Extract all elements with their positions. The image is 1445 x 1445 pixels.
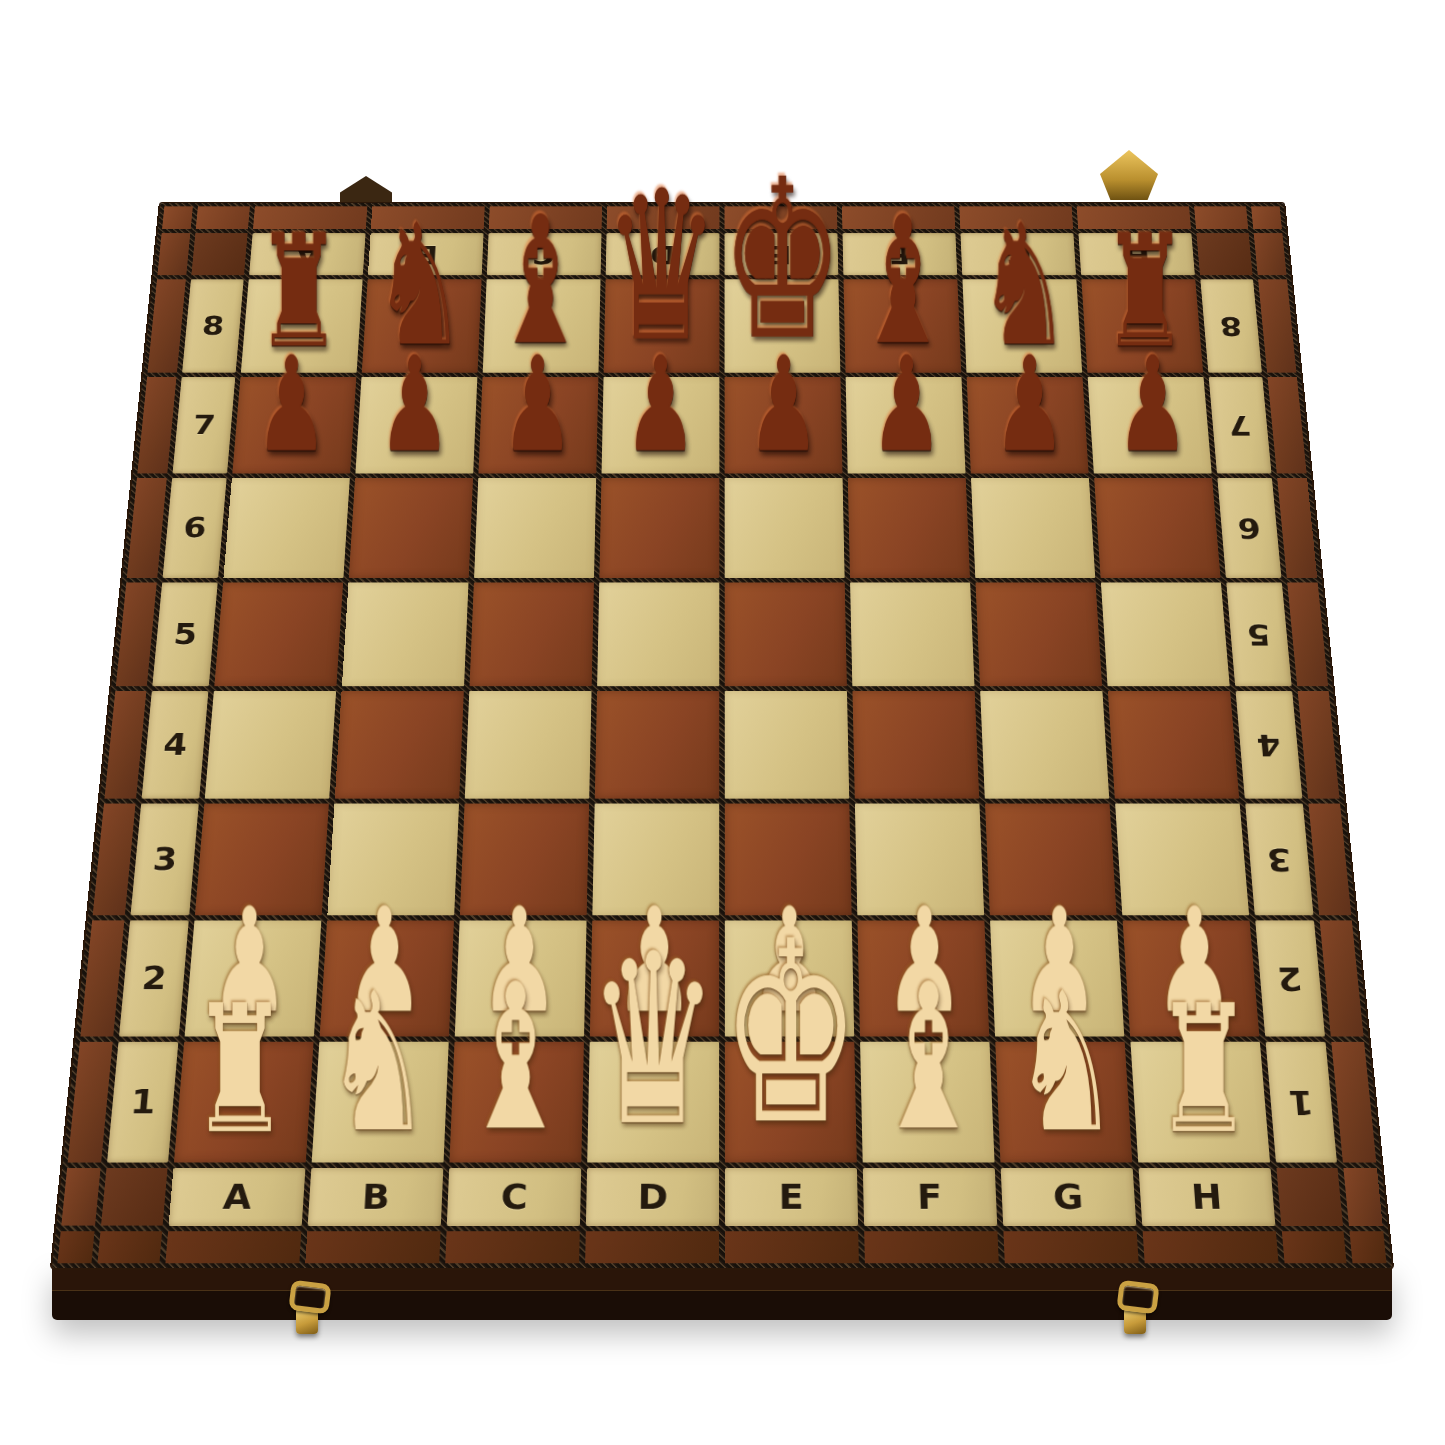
rank-label-text: 2 — [1276, 962, 1304, 994]
product-photo-chess-set: ABCDEFGH8♜♞♝♛♚♝♞♜87♟♟♟♟♟♟♟♟7665544332♟♟♟… — [0, 0, 1445, 1445]
board-margin — [127, 478, 167, 578]
board-margin — [1251, 206, 1282, 229]
rank-label-text: 8 — [201, 313, 225, 339]
square-f6[interactable] — [848, 478, 970, 578]
board-margin — [1282, 1231, 1347, 1263]
square-b1[interactable]: ♞ — [312, 1042, 449, 1163]
board-scene: ABCDEFGH8♜♞♝♛♚♝♞♜87♟♟♟♟♟♟♟♟7665544332♟♟♟… — [52, 0, 1392, 1268]
board-margin — [1349, 1231, 1386, 1263]
rank-label-text: 7 — [1227, 411, 1252, 438]
board-margin — [157, 233, 190, 275]
board-margin — [305, 1231, 440, 1263]
square-f7[interactable]: ♟ — [846, 377, 966, 474]
board-tilt: ABCDEFGH8♜♞♝♛♚♝♞♜87♟♟♟♟♟♟♟♟7665544332♟♟♟… — [52, 203, 1392, 1268]
rank-label-text: 3 — [1266, 844, 1293, 875]
file-label-bottom-h: H — [1139, 1168, 1276, 1226]
rank-label-text: 6 — [1236, 514, 1261, 542]
rank-label-right-5: 5 — [1226, 582, 1291, 686]
square-a7[interactable]: ♟ — [232, 377, 356, 474]
board-margin — [725, 1231, 859, 1263]
board-margin — [68, 1042, 113, 1163]
square-g4[interactable] — [980, 691, 1109, 799]
piece-black-pawn[interactable]: ♟ — [1116, 339, 1189, 471]
board-margin — [57, 1231, 94, 1263]
file-label-bottom-c: C — [447, 1168, 581, 1226]
square-h1[interactable]: ♜ — [1130, 1042, 1270, 1163]
file-label-bottom-a: A — [169, 1168, 306, 1226]
border-corner — [101, 1168, 168, 1226]
square-a1[interactable]: ♜ — [174, 1042, 314, 1163]
rank-label-right-7: 7 — [1209, 377, 1272, 474]
square-b4[interactable] — [335, 691, 464, 799]
border-corner — [1276, 1168, 1343, 1226]
rank-label-text: 6 — [182, 514, 207, 542]
rank-label-text: 7 — [192, 411, 217, 438]
board-side-edge — [52, 1266, 1392, 1320]
rank-label-left-4: 4 — [142, 691, 209, 799]
square-d7[interactable]: ♟ — [602, 377, 720, 474]
file-label-text: E — [779, 1180, 804, 1214]
rank-label-text: 5 — [172, 620, 198, 649]
board-margin — [162, 206, 193, 229]
piece-white-king[interactable]: ♚ — [721, 908, 860, 1159]
rank-label-left-7: 7 — [173, 377, 236, 474]
square-h4[interactable] — [1108, 691, 1239, 799]
board-margin — [445, 1231, 580, 1263]
border-corner — [191, 233, 247, 275]
square-d5[interactable] — [597, 582, 719, 686]
rank-label-text: 1 — [129, 1085, 157, 1118]
file-label-bottom-g: G — [1001, 1168, 1137, 1226]
square-e6[interactable] — [725, 478, 845, 578]
piece-white-queen[interactable]: ♛ — [588, 923, 719, 1159]
square-f5[interactable] — [850, 582, 974, 686]
board-margin — [116, 582, 157, 686]
square-b5[interactable] — [342, 582, 469, 686]
file-label-text: C — [500, 1180, 528, 1214]
board-margin — [1194, 206, 1248, 229]
piece-black-pawn[interactable]: ♟ — [747, 339, 820, 471]
file-label-bottom-b: B — [308, 1168, 444, 1226]
square-d1[interactable]: ♛ — [587, 1042, 719, 1163]
board-margin — [80, 920, 124, 1036]
rank-label-right-6: 6 — [1217, 478, 1281, 578]
file-label-text: H — [1190, 1180, 1223, 1214]
piece-white-knight[interactable]: ♞ — [1013, 967, 1120, 1159]
square-a4[interactable] — [205, 691, 336, 799]
file-label-text: F — [917, 1180, 943, 1214]
chess-board: ABCDEFGH8♜♞♝♛♚♝♞♜87♟♟♟♟♟♟♟♟7665544332♟♟♟… — [52, 203, 1392, 1268]
square-d6[interactable] — [599, 478, 719, 578]
board-margin — [61, 1168, 100, 1226]
rank-label-left-8: 8 — [182, 279, 244, 372]
piece-white-bishop[interactable]: ♝ — [459, 957, 571, 1159]
square-c5[interactable] — [470, 582, 594, 686]
clasp-icon — [290, 1282, 336, 1344]
board-margin — [148, 279, 186, 372]
square-e7[interactable]: ♟ — [725, 377, 843, 474]
piece-black-pawn[interactable]: ♟ — [378, 339, 451, 471]
piece-black-pawn[interactable]: ♟ — [255, 339, 328, 471]
rank-label-left-1: 1 — [107, 1042, 178, 1163]
rank-label-right-1: 1 — [1266, 1042, 1337, 1163]
square-h5[interactable] — [1101, 582, 1230, 686]
piece-white-rook[interactable]: ♜ — [191, 982, 289, 1159]
square-h6[interactable] — [1094, 478, 1220, 578]
clasp-ring-icon — [1116, 1280, 1159, 1315]
file-label-text: A — [222, 1180, 253, 1214]
clasp-icon — [1118, 1282, 1164, 1344]
square-a6[interactable] — [223, 478, 349, 578]
rank-label-text: 2 — [140, 962, 168, 994]
rank-label-right-8: 8 — [1200, 279, 1262, 372]
board-margin — [585, 1231, 719, 1263]
square-b7[interactable]: ♟ — [355, 377, 477, 474]
square-f4[interactable] — [852, 691, 979, 799]
square-b6[interactable] — [349, 478, 473, 578]
square-e5[interactable] — [725, 582, 847, 686]
square-c4[interactable] — [465, 691, 592, 799]
file-label-text: D — [637, 1180, 668, 1214]
file-label-bottom-e: E — [725, 1168, 858, 1226]
rank-label-left-3: 3 — [131, 804, 199, 916]
rank-label-text: 4 — [162, 729, 188, 759]
file-label-text: G — [1052, 1180, 1084, 1214]
board-margin — [93, 804, 136, 916]
rank-label-text: 1 — [1287, 1085, 1315, 1118]
rank-label-left-6: 6 — [163, 478, 227, 578]
rank-label-text: 8 — [1219, 313, 1243, 339]
rank-label-right-2: 2 — [1255, 920, 1325, 1036]
board-margin — [1003, 1231, 1138, 1263]
square-d4[interactable] — [595, 691, 719, 799]
piece-white-knight[interactable]: ♞ — [325, 967, 432, 1159]
board-margin — [104, 691, 146, 799]
board-margin — [1298, 691, 1340, 799]
clasp-ring-icon — [288, 1280, 331, 1315]
rank-label-left-5: 5 — [152, 582, 217, 686]
piece-white-rook[interactable]: ♜ — [1155, 982, 1253, 1159]
piece-black-pawn[interactable]: ♟ — [870, 339, 943, 471]
rank-label-text: 5 — [1246, 620, 1272, 649]
board-margin — [97, 1231, 162, 1263]
board-margin — [1277, 478, 1317, 578]
piece-black-pawn[interactable]: ♟ — [993, 339, 1066, 471]
square-c7[interactable]: ♟ — [478, 377, 598, 474]
square-c1[interactable]: ♝ — [449, 1042, 583, 1163]
square-e1[interactable]: ♚ — [725, 1042, 857, 1163]
board-margin — [196, 206, 250, 229]
board-margin — [1267, 377, 1306, 474]
board-margin — [137, 377, 176, 474]
board-margin — [1254, 233, 1287, 275]
square-c6[interactable] — [474, 478, 596, 578]
piece-white-bishop[interactable]: ♝ — [872, 957, 984, 1159]
rank-label-text: 4 — [1256, 729, 1282, 759]
square-g6[interactable] — [971, 478, 1095, 578]
rank-label-text: 3 — [151, 844, 178, 875]
piece-black-pawn[interactable]: ♟ — [501, 339, 574, 471]
board-margin — [165, 1231, 301, 1263]
rank-label-left-2: 2 — [119, 920, 189, 1036]
board-margin — [1143, 1231, 1279, 1263]
board-margin — [864, 1231, 999, 1263]
board-margin — [1258, 279, 1296, 372]
rank-label-right-4: 4 — [1236, 691, 1303, 799]
border-corner — [1196, 233, 1252, 275]
square-h7[interactable]: ♟ — [1088, 377, 1212, 474]
square-g7[interactable]: ♟ — [967, 377, 1089, 474]
board-margin — [1331, 1042, 1376, 1163]
square-g5[interactable] — [975, 582, 1102, 686]
piece-black-pawn[interactable]: ♟ — [624, 339, 697, 471]
square-f1[interactable]: ♝ — [860, 1042, 994, 1163]
square-a5[interactable] — [214, 582, 343, 686]
square-e4[interactable] — [725, 691, 849, 799]
board-margin — [1320, 920, 1364, 1036]
file-label-bottom-d: D — [586, 1168, 719, 1226]
board-margin — [1343, 1168, 1382, 1226]
file-label-bottom-f: F — [863, 1168, 997, 1226]
rank-label-right-3: 3 — [1245, 804, 1313, 916]
board-margin — [1308, 804, 1351, 916]
file-label-text: B — [361, 1180, 391, 1214]
square-g1[interactable]: ♞ — [995, 1042, 1132, 1163]
board-margin — [1287, 582, 1328, 686]
